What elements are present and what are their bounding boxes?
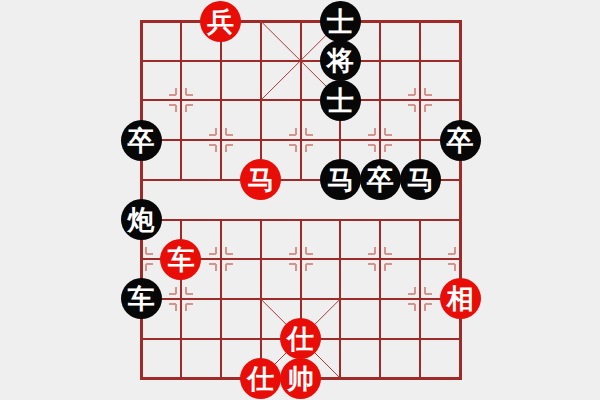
piece-red-soldier[interactable]: 兵 xyxy=(200,1,241,42)
piece-red-general[interactable]: 帅 xyxy=(280,358,321,399)
piece-black-soldier[interactable]: 卒 xyxy=(121,120,162,161)
piece-red-advisor[interactable]: 仕 xyxy=(240,358,281,399)
piece-red-advisor[interactable]: 仕 xyxy=(280,318,321,359)
xiangqi-board[interactable]: 兵士将士卒卒马马卒马炮车车相仕仕帅 xyxy=(0,0,600,400)
piece-black-soldier[interactable]: 卒 xyxy=(360,159,401,200)
piece-black-advisor[interactable]: 士 xyxy=(320,1,361,42)
piece-black-advisor[interactable]: 士 xyxy=(320,80,361,121)
piece-red-chariot[interactable]: 车 xyxy=(160,239,201,280)
piece-black-soldier[interactable]: 卒 xyxy=(440,120,481,161)
piece-black-cannon[interactable]: 炮 xyxy=(121,199,162,240)
piece-black-chariot[interactable]: 车 xyxy=(121,278,162,319)
xiangqi-app: 兵士将士卒卒马马卒马炮车车相仕仕帅 xyxy=(0,0,600,400)
piece-black-horse[interactable]: 马 xyxy=(400,159,441,200)
piece-black-general[interactable]: 将 xyxy=(320,40,361,81)
piece-black-horse[interactable]: 马 xyxy=(320,159,361,200)
piece-red-elephant[interactable]: 相 xyxy=(440,278,481,319)
